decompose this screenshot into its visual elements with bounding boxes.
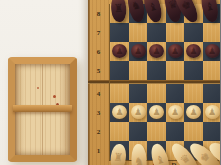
- white-pawn-d3: ♟: [168, 105, 183, 119]
- square-a8: ♜: [110, 4, 129, 23]
- square-b7: [129, 23, 148, 42]
- black-rook-a8: ♜: [110, 0, 127, 23]
- square-e5: [184, 61, 203, 80]
- square-d1: ♛: [166, 141, 185, 160]
- square-c2: [147, 122, 166, 141]
- board-hinge-seam: [88, 80, 109, 84]
- square-e4: [184, 84, 203, 103]
- square-b4: [129, 84, 148, 103]
- black-bishop-f8: ♝: [199, 0, 220, 24]
- square-f8: ♝: [203, 4, 221, 23]
- black-pawn-d6: ♟: [168, 44, 183, 58]
- square-b2: [129, 122, 148, 141]
- square-a2: [110, 122, 129, 141]
- square-a7: [110, 23, 129, 42]
- square-a5: [110, 61, 129, 80]
- white-pawn-c3: ♟: [149, 105, 164, 119]
- square-a6: ♟: [110, 42, 129, 61]
- square-f6: ♟: [203, 42, 221, 61]
- rank-label-4: 4: [88, 84, 109, 103]
- white-pawn-e3: ♟: [186, 105, 201, 119]
- square-c7: [147, 23, 166, 42]
- board-grid: ♜♞♝♛♚♝♞♜♟♟♟♟♟♟♟♟♟♟♟♟♟♟♟♟♜♞♝♛♚♝♞♜: [109, 4, 220, 160]
- box-divider: [13, 105, 72, 112]
- square-d4: [166, 84, 185, 103]
- square-a3: ♟: [110, 103, 129, 122]
- square-f7: [203, 23, 221, 42]
- rank-label-3: 3: [88, 103, 109, 122]
- square-f4: [203, 84, 221, 103]
- square-c3: ♟: [147, 103, 166, 122]
- square-d3: ♟: [166, 103, 185, 122]
- wooden-storage-box: [8, 57, 77, 162]
- square-e3: ♟: [184, 103, 203, 122]
- black-pawn-b6: ♟: [131, 44, 146, 58]
- rank-label-2: 2: [88, 122, 109, 141]
- square-d7: [166, 23, 185, 42]
- white-knight-b1: ♞: [130, 144, 146, 165]
- white-pawn-b3: ♟: [131, 105, 146, 119]
- square-f3: ♟: [203, 103, 221, 122]
- chess-board: 87654321 ♜♞♝♛♚♝♞♜♟♟♟♟♟♟♟♟♟♟♟♟♟♟♟♟♜♞♝♛♚♝♞…: [88, 0, 220, 165]
- square-c1: ♝: [147, 141, 166, 160]
- white-pawn-f3: ♟: [205, 105, 220, 119]
- square-d2: [166, 122, 185, 141]
- white-pawn-a3: ♟: [112, 105, 127, 119]
- square-f2: [203, 122, 221, 141]
- black-pawn-f6: ♟: [205, 44, 220, 58]
- square-e2: [184, 122, 203, 141]
- black-pawn-c6: ♟: [149, 44, 164, 58]
- square-a1: ♜: [110, 141, 129, 160]
- square-b1: ♞: [129, 141, 148, 160]
- rank-label-5: 5: [88, 61, 109, 80]
- wood-knot: [53, 95, 56, 98]
- white-rook-a1: ♜: [109, 143, 127, 165]
- square-f5: [203, 61, 221, 80]
- square-c4: [147, 84, 166, 103]
- square-b3: ♟: [129, 103, 148, 122]
- square-c8: ♝: [147, 4, 166, 23]
- square-e6: ♟: [184, 42, 203, 61]
- square-c6: ♟: [147, 42, 166, 61]
- square-c5: [147, 61, 166, 80]
- black-pawn-e6: ♟: [186, 44, 201, 58]
- square-b6: ♟: [129, 42, 148, 61]
- rank-label-7: 7: [88, 23, 109, 42]
- black-pawn-a6: ♟: [112, 44, 127, 58]
- square-a4: [110, 84, 129, 103]
- wood-knot: [37, 87, 39, 89]
- square-e7: [184, 23, 203, 42]
- square-d6: ♟: [166, 42, 185, 61]
- rank-label-8: 8: [88, 4, 109, 23]
- rank-label-1: 1: [88, 141, 109, 160]
- photo-scene: 87654321 ♜♞♝♛♚♝♞♜♟♟♟♟♟♟♟♟♟♟♟♟♟♟♟♟♜♞♝♛♚♝♞…: [0, 0, 220, 165]
- black-knight-b8: ♞: [125, 0, 146, 23]
- square-b5: [129, 61, 148, 80]
- rank-label-6: 6: [88, 42, 109, 61]
- square-e8: ♚: [184, 4, 203, 23]
- square-d5: [166, 61, 185, 80]
